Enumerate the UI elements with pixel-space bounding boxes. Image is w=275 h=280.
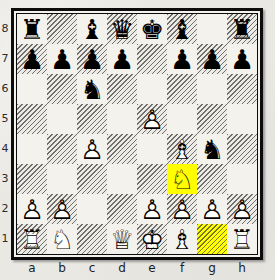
square-h5: [227, 104, 257, 134]
file-label-e: e: [137, 261, 167, 275]
square-a3: [17, 164, 47, 194]
black-bishop-f8: ♝: [167, 14, 197, 44]
chess-diagram: 87654321 ♜♝♛♚♝♜♟♟♟♟♟♟♟♞♟♙♟♙♝♗♞♘♟♙♟♙♟♙♟♙♟…: [0, 0, 275, 280]
square-c6: ♞: [77, 74, 107, 104]
black-pawn-a7: ♟: [17, 44, 47, 74]
square-c2: [77, 194, 107, 224]
square-h2: ♟♙: [227, 194, 257, 224]
white-piece-fill: ♟: [137, 104, 167, 134]
black-pawn-b7: ♟: [47, 44, 77, 74]
rank-labels: 87654321: [0, 14, 10, 254]
square-g6: [197, 74, 227, 104]
square-g8: [197, 14, 227, 44]
square-g3: [197, 164, 227, 194]
square-g7: ♟: [197, 44, 227, 74]
black-pawn-f7: ♟: [167, 44, 197, 74]
square-e5: ♟♙: [137, 104, 167, 134]
file-label-a: a: [17, 261, 47, 275]
square-e2: ♟♙: [137, 194, 167, 224]
rank-label-7: 7: [0, 44, 10, 74]
square-d3: [107, 164, 137, 194]
square-a1: ♜♖: [17, 224, 47, 254]
square-f7: ♟: [167, 44, 197, 74]
white-piece-fill: ♝: [167, 224, 197, 254]
file-label-g: g: [197, 261, 227, 275]
black-queen-d8: ♛: [107, 14, 137, 44]
square-g4: ♞: [197, 134, 227, 164]
rank-label-4: 4: [0, 134, 10, 164]
square-d2: [107, 194, 137, 224]
black-pawn-c7: ♟: [77, 44, 107, 74]
white-piece-fill: ♜: [227, 224, 257, 254]
rank-label-1: 1: [0, 224, 10, 254]
white-king-e1: ♔: [137, 224, 167, 254]
square-a2: ♟♙: [17, 194, 47, 224]
square-f8: ♝: [167, 14, 197, 44]
black-pawn-d7: ♟: [107, 44, 137, 74]
board-frame: ♜♝♛♚♝♜♟♟♟♟♟♟♟♞♟♙♟♙♝♗♞♘♟♙♟♙♟♙♟♙♟♙♟♙♜♖♞♘♛♕…: [11, 8, 263, 260]
square-g2: ♟♙: [197, 194, 227, 224]
white-pawn-a2: ♙: [17, 194, 47, 224]
file-label-h: h: [227, 261, 257, 275]
square-c7: ♟: [77, 44, 107, 74]
square-h8: ♜: [227, 14, 257, 44]
square-g5: [197, 104, 227, 134]
black-rook-a8: ♜: [17, 14, 47, 44]
white-piece-fill: ♟: [47, 194, 77, 224]
file-label-b: b: [47, 261, 77, 275]
square-f3: ♘: [167, 164, 197, 194]
square-e1: ♚♔: [137, 224, 167, 254]
white-pawn-c4: ♙: [77, 134, 107, 164]
square-d7: ♟: [107, 44, 137, 74]
square-h3: [227, 164, 257, 194]
square-b6: [47, 74, 77, 104]
white-pawn-e2: ♙: [137, 194, 167, 224]
white-piece-fill: ♟: [197, 194, 227, 224]
black-bishop-c8: ♝: [77, 14, 107, 44]
white-pawn-h2: ♙: [227, 194, 257, 224]
square-d5: [107, 104, 137, 134]
white-piece-fill: ♜: [17, 224, 47, 254]
white-bishop-f1: ♗: [167, 224, 197, 254]
square-b5: [47, 104, 77, 134]
square-g1: [197, 224, 227, 254]
white-piece-fill: ♟: [167, 194, 197, 224]
file-label-f: f: [167, 261, 197, 275]
square-h4: [227, 134, 257, 164]
black-rook-h8: ♜: [227, 14, 257, 44]
square-c5: [77, 104, 107, 134]
square-b3: [47, 164, 77, 194]
black-king-e8: ♚: [137, 14, 167, 44]
rank-label-6: 6: [0, 74, 10, 104]
white-piece-fill: ♟: [17, 194, 47, 224]
square-a7: ♟: [17, 44, 47, 74]
square-a6: [17, 74, 47, 104]
rank-label-8: 8: [0, 14, 10, 44]
white-pawn-e5: ♙: [137, 104, 167, 134]
square-b8: [47, 14, 77, 44]
square-a5: [17, 104, 47, 134]
file-label-d: d: [107, 261, 137, 275]
square-h7: ♟: [227, 44, 257, 74]
square-b1: ♞♘: [47, 224, 77, 254]
white-rook-h1: ♖: [227, 224, 257, 254]
white-pawn-f2: ♙: [167, 194, 197, 224]
file-labels: abcdefgh: [17, 261, 257, 275]
white-queen-d1: ♕: [107, 224, 137, 254]
square-c3: [77, 164, 107, 194]
square-f2: ♟♙: [167, 194, 197, 224]
square-f4: ♝♗: [167, 134, 197, 164]
white-pawn-g2: ♙: [197, 194, 227, 224]
square-f6: [167, 74, 197, 104]
square-c8: ♝: [77, 14, 107, 44]
square-e4: [137, 134, 167, 164]
black-pawn-g7: ♟: [197, 44, 227, 74]
square-d8: ♛: [107, 14, 137, 44]
rank-label-5: 5: [0, 104, 10, 134]
black-knight-g4: ♞: [197, 134, 227, 164]
white-piece-fill: ♟: [77, 134, 107, 164]
square-a8: ♜: [17, 14, 47, 44]
white-piece-fill: ♝: [167, 134, 197, 164]
black-knight-c6: ♞: [77, 74, 107, 104]
white-piece-fill: ♟: [137, 194, 167, 224]
square-d4: [107, 134, 137, 164]
square-e3: [137, 164, 167, 194]
white-knight-b1: ♘: [47, 224, 77, 254]
square-b7: ♟: [47, 44, 77, 74]
square-a4: [17, 134, 47, 164]
square-e8: ♚: [137, 14, 167, 44]
square-d6: [107, 74, 137, 104]
black-pawn-h7: ♟: [227, 44, 257, 74]
white-piece-fill: ♛: [107, 224, 137, 254]
square-f1: ♝♗: [167, 224, 197, 254]
square-c1: [77, 224, 107, 254]
white-bishop-f4: ♗: [167, 134, 197, 164]
file-label-c: c: [77, 261, 107, 275]
rank-label-3: 3: [0, 164, 10, 194]
square-e6: [137, 74, 167, 104]
white-piece-fill: ♚: [137, 224, 167, 254]
square-f5: [167, 104, 197, 134]
white-piece-fill: ♟: [227, 194, 257, 224]
white-pawn-b2: ♙: [47, 194, 77, 224]
square-h6: [227, 74, 257, 104]
white-knight-f3: ♘: [167, 164, 197, 194]
chess-board: ♜♝♛♚♝♜♟♟♟♟♟♟♟♞♟♙♟♙♝♗♞♘♟♙♟♙♟♙♟♙♟♙♟♙♜♖♞♘♛♕…: [16, 13, 258, 255]
white-rook-a1: ♖: [17, 224, 47, 254]
square-b4: [47, 134, 77, 164]
square-h1: ♜♖: [227, 224, 257, 254]
rank-label-2: 2: [0, 194, 10, 224]
square-e7: [137, 44, 167, 74]
white-piece-fill: ♞: [47, 224, 77, 254]
square-c4: ♟♙: [77, 134, 107, 164]
square-d1: ♛♕: [107, 224, 137, 254]
square-b2: ♟♙: [47, 194, 77, 224]
